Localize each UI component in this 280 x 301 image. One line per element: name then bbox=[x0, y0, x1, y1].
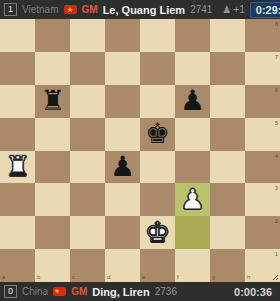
bottom-player-title: GM bbox=[71, 286, 87, 297]
square-g3[interactable] bbox=[210, 183, 245, 216]
square-f8[interactable] bbox=[175, 19, 210, 52]
bottom-player-rating: 2736 bbox=[155, 286, 177, 297]
square-d8[interactable] bbox=[105, 19, 140, 52]
file-label-c: c bbox=[72, 274, 75, 280]
black-pawn[interactable]: ♟ bbox=[175, 85, 210, 118]
top-player-title: GM bbox=[82, 4, 98, 15]
square-g1[interactable]: g bbox=[210, 249, 245, 282]
square-b2[interactable] bbox=[35, 216, 70, 249]
rank-label-5: 5 bbox=[275, 120, 278, 126]
square-c4[interactable] bbox=[70, 151, 105, 184]
square-d2[interactable] bbox=[105, 216, 140, 249]
top-player-bar: 1 Vietnam ★ GM Le, Quang Liem 2741 ♟ +1 … bbox=[0, 0, 280, 19]
top-player-country: Vietnam bbox=[22, 4, 59, 15]
square-a7[interactable] bbox=[0, 52, 35, 85]
bottom-player-name: Ding, Liren bbox=[92, 286, 149, 298]
square-c5[interactable] bbox=[70, 118, 105, 151]
bottom-player-bar: 0 China ★ GM Ding, Liren 2736 0:00:36 bbox=[0, 282, 280, 301]
material-advantage: +1 bbox=[233, 4, 244, 15]
rank-label-3: 3 bbox=[275, 185, 278, 191]
square-f7[interactable] bbox=[175, 52, 210, 85]
square-c8[interactable] bbox=[70, 19, 105, 52]
square-e4[interactable] bbox=[140, 151, 175, 184]
square-d5[interactable] bbox=[105, 118, 140, 151]
square-e2[interactable]: ♚ bbox=[140, 216, 175, 249]
square-a6[interactable] bbox=[0, 85, 35, 118]
pawn-icon: ♟ bbox=[222, 4, 231, 15]
square-c1[interactable]: c bbox=[70, 249, 105, 282]
rank-label-1: 1 bbox=[275, 251, 278, 257]
square-f2[interactable] bbox=[175, 216, 210, 249]
square-h7[interactable]: 7 bbox=[245, 52, 280, 85]
bottom-player-country: China bbox=[22, 286, 48, 297]
square-g8[interactable] bbox=[210, 19, 245, 52]
square-f3[interactable]: ♟ bbox=[175, 183, 210, 216]
flag-star: ★ bbox=[53, 287, 66, 296]
top-player-score: 1 bbox=[4, 3, 17, 16]
square-a5[interactable] bbox=[0, 118, 35, 151]
square-f6[interactable]: ♟ bbox=[175, 85, 210, 118]
square-e1[interactable]: e bbox=[140, 249, 175, 282]
square-e7[interactable] bbox=[140, 52, 175, 85]
square-c7[interactable] bbox=[70, 52, 105, 85]
square-d7[interactable] bbox=[105, 52, 140, 85]
square-h4[interactable]: 4 bbox=[245, 151, 280, 184]
square-b4[interactable] bbox=[35, 151, 70, 184]
square-b8[interactable] bbox=[35, 19, 70, 52]
white-king[interactable]: ♚ bbox=[140, 216, 175, 249]
square-g4[interactable] bbox=[210, 151, 245, 184]
square-e5[interactable]: ♚ bbox=[140, 118, 175, 151]
top-player-material: ♟ +1 bbox=[222, 4, 244, 15]
square-e6[interactable] bbox=[140, 85, 175, 118]
square-b6[interactable]: ♜ bbox=[35, 85, 70, 118]
white-pawn[interactable]: ♟ bbox=[175, 183, 210, 216]
square-d3[interactable] bbox=[105, 183, 140, 216]
square-h6[interactable]: 6 bbox=[245, 85, 280, 118]
chess-broadcast-widget: 1 Vietnam ★ GM Le, Quang Liem 2741 ♟ +1 … bbox=[0, 0, 280, 301]
square-f5[interactable] bbox=[175, 118, 210, 151]
file-label-b: b bbox=[37, 274, 40, 280]
square-g2[interactable] bbox=[210, 216, 245, 249]
chess-board: 87♜♟6♚5♜♟4♟3♚2abcdefg1h bbox=[0, 19, 280, 282]
square-b1[interactable]: b bbox=[35, 249, 70, 282]
black-pawn[interactable]: ♟ bbox=[105, 151, 140, 184]
resize-grip-icon[interactable] bbox=[271, 273, 279, 281]
top-player-clock: 0:29:42 bbox=[250, 2, 280, 18]
square-b5[interactable] bbox=[35, 118, 70, 151]
bottom-player-clock: 0:00:36 bbox=[228, 284, 278, 300]
white-rook[interactable]: ♜ bbox=[0, 151, 35, 184]
file-label-f: f bbox=[177, 274, 179, 280]
rank-label-4: 4 bbox=[275, 153, 278, 159]
file-label-d: d bbox=[107, 274, 110, 280]
bottom-player-score: 0 bbox=[4, 285, 17, 298]
square-f4[interactable] bbox=[175, 151, 210, 184]
square-b7[interactable] bbox=[35, 52, 70, 85]
square-a1[interactable]: a bbox=[0, 249, 35, 282]
square-a2[interactable] bbox=[0, 216, 35, 249]
file-label-h: h bbox=[247, 274, 250, 280]
square-e3[interactable] bbox=[140, 183, 175, 216]
square-e8[interactable] bbox=[140, 19, 175, 52]
rank-label-7: 7 bbox=[275, 54, 278, 60]
black-king[interactable]: ♚ bbox=[140, 118, 175, 151]
china-flag-icon: ★ bbox=[53, 287, 66, 296]
vietnam-flag-icon: ★ bbox=[64, 5, 77, 14]
file-label-a: a bbox=[2, 274, 5, 280]
square-g5[interactable] bbox=[210, 118, 245, 151]
square-c3[interactable] bbox=[70, 183, 105, 216]
square-g6[interactable] bbox=[210, 85, 245, 118]
square-h8[interactable]: 8 bbox=[245, 19, 280, 52]
square-b3[interactable] bbox=[35, 183, 70, 216]
square-c2[interactable] bbox=[70, 216, 105, 249]
square-h3[interactable]: 3 bbox=[245, 183, 280, 216]
square-g7[interactable] bbox=[210, 52, 245, 85]
square-d6[interactable] bbox=[105, 85, 140, 118]
rank-label-2: 2 bbox=[275, 218, 278, 224]
flag-star: ★ bbox=[64, 5, 77, 14]
square-a3[interactable] bbox=[0, 183, 35, 216]
square-h5[interactable]: 5 bbox=[245, 118, 280, 151]
square-d1[interactable]: d bbox=[105, 249, 140, 282]
square-h2[interactable]: 2 bbox=[245, 216, 280, 249]
square-f1[interactable]: f bbox=[175, 249, 210, 282]
rank-label-6: 6 bbox=[275, 87, 278, 93]
top-player-rating: 2741 bbox=[190, 4, 212, 15]
square-d4[interactable]: ♟ bbox=[105, 151, 140, 184]
rank-label-8: 8 bbox=[275, 21, 278, 27]
square-a4[interactable]: ♜ bbox=[0, 151, 35, 184]
square-c6[interactable] bbox=[70, 85, 105, 118]
black-rook[interactable]: ♜ bbox=[35, 85, 70, 118]
file-label-g: g bbox=[212, 274, 215, 280]
square-a8[interactable] bbox=[0, 19, 35, 52]
file-label-e: e bbox=[142, 274, 145, 280]
top-player-name: Le, Quang Liem bbox=[103, 4, 186, 16]
